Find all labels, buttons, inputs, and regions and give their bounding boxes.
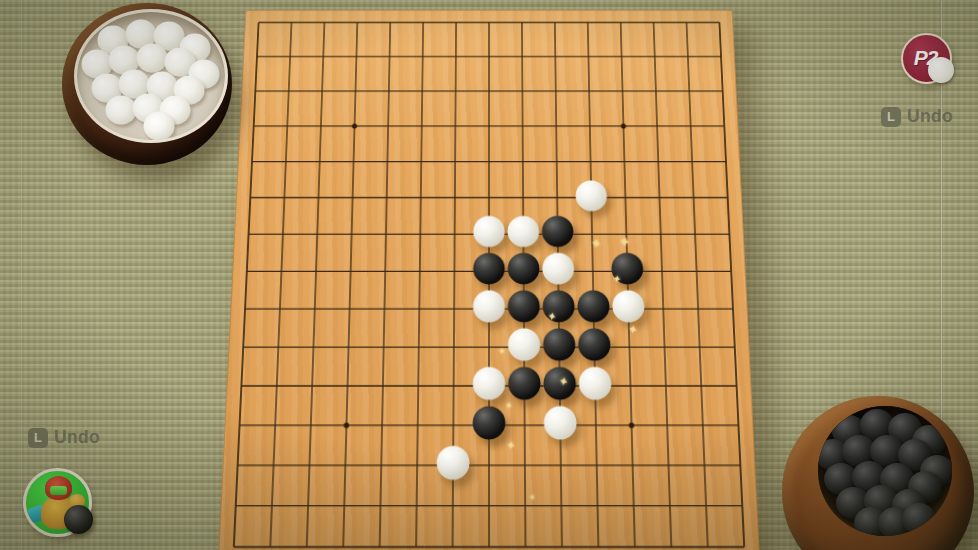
white-stone xyxy=(542,253,574,285)
black-stone xyxy=(508,367,541,400)
game-screen: ✦✦✦✦✦✦✦✦✦✦ P2 L Undo L Undo xyxy=(0,0,978,550)
black-stone-bowl xyxy=(782,396,974,550)
white-stone xyxy=(508,216,540,247)
black-stone xyxy=(508,253,540,285)
undo-label: Undo xyxy=(907,106,953,127)
undo-label: Undo xyxy=(54,427,100,448)
white-stone xyxy=(473,367,506,400)
white-stone xyxy=(473,290,505,322)
white-stone xyxy=(575,180,607,211)
white-stone-bowl-opening xyxy=(74,9,228,143)
black-stone xyxy=(543,367,576,400)
white-bowl-stone xyxy=(137,44,168,73)
black-stone xyxy=(543,290,575,322)
white-stone xyxy=(544,406,577,439)
black-stone xyxy=(508,290,540,322)
white-bowl-stone xyxy=(144,112,175,141)
black-stone xyxy=(473,253,505,285)
player2-white-stone-indicator xyxy=(928,57,954,83)
undo-button-bottom-left[interactable]: L Undo xyxy=(28,427,100,448)
black-stone xyxy=(578,328,611,360)
black-stone xyxy=(473,406,506,439)
white-stone xyxy=(508,328,540,360)
black-stone xyxy=(542,216,574,247)
black-stone-bowl-opening xyxy=(818,406,952,536)
white-stone xyxy=(612,290,645,322)
undo-button-top-right[interactable]: L Undo xyxy=(881,106,953,127)
white-stone xyxy=(579,367,612,400)
white-stone-bowl xyxy=(62,3,232,165)
avatar-visor xyxy=(50,486,67,495)
black-stone xyxy=(543,328,576,360)
player1-black-stone-indicator xyxy=(64,505,93,534)
gomoku-board[interactable]: ✦✦✦✦✦✦✦✦✦✦ xyxy=(218,10,761,550)
black-stone xyxy=(577,290,610,322)
tatami-seam-left xyxy=(20,0,23,550)
l-button-icon: L xyxy=(28,428,48,448)
white-stone xyxy=(473,216,505,247)
white-stone xyxy=(436,446,469,480)
black-stone xyxy=(611,253,644,285)
l-button-icon: L xyxy=(881,107,901,127)
black-bowl-stone xyxy=(902,503,936,535)
